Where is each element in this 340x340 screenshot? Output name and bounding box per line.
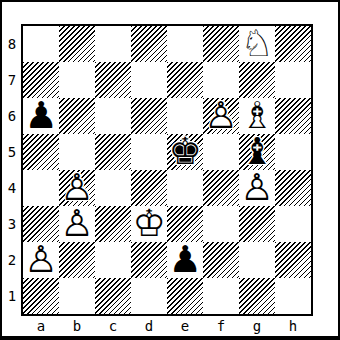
piece-wP-g4[interactable]: ♟♙ (239, 170, 275, 206)
square-f8[interactable] (203, 26, 239, 62)
square-c1[interactable] (95, 278, 131, 314)
square-h8[interactable] (275, 26, 311, 62)
square-g6[interactable]: ♝♗ (239, 98, 275, 134)
file-label-c: c (95, 317, 131, 335)
square-b5[interactable] (59, 134, 95, 170)
square-h4[interactable] (275, 170, 311, 206)
piece-glyph: ♙ (239, 170, 275, 206)
piece-wB-g6[interactable]: ♝♗ (239, 98, 275, 134)
square-d1[interactable] (131, 278, 167, 314)
square-b8[interactable] (59, 26, 95, 62)
piece-glyph: ♗ (239, 98, 275, 134)
piece-wP-a2[interactable]: ♟♙ (23, 242, 59, 278)
piece-glyph: ♘ (239, 26, 275, 62)
piece-glyph: ♔ (131, 206, 167, 242)
file-label-a: a (23, 317, 59, 335)
square-f4[interactable] (203, 170, 239, 206)
square-d2[interactable] (131, 242, 167, 278)
piece-wN-g8[interactable]: ♞♘ (239, 26, 275, 62)
square-g4[interactable]: ♟♙ (239, 170, 275, 206)
piece-wP-b3[interactable]: ♟♙ (59, 206, 95, 242)
square-b7[interactable] (59, 62, 95, 98)
rank-label-1: 1 (4, 278, 20, 314)
square-e4[interactable] (167, 170, 203, 206)
file-label-f: f (203, 317, 239, 335)
square-e6[interactable] (167, 98, 203, 134)
piece-glyph: ♚ (167, 134, 203, 170)
square-h7[interactable] (275, 62, 311, 98)
square-c6[interactable] (95, 98, 131, 134)
square-e7[interactable] (167, 62, 203, 98)
square-e1[interactable] (167, 278, 203, 314)
square-f6[interactable]: ♟♙ (203, 98, 239, 134)
square-d4[interactable] (131, 170, 167, 206)
square-a4[interactable] (23, 170, 59, 206)
piece-wP-b4[interactable]: ♟♙ (59, 170, 95, 206)
square-a8[interactable] (23, 26, 59, 62)
rank-label-7: 7 (4, 62, 20, 98)
square-c2[interactable] (95, 242, 131, 278)
square-f2[interactable] (203, 242, 239, 278)
square-d3[interactable]: ♚♔ (131, 206, 167, 242)
square-b1[interactable] (59, 278, 95, 314)
square-g2[interactable] (239, 242, 275, 278)
square-c7[interactable] (95, 62, 131, 98)
square-e3[interactable] (167, 206, 203, 242)
square-e8[interactable] (167, 26, 203, 62)
file-label-d: d (131, 317, 167, 335)
piece-glyph: ♟ (167, 242, 203, 278)
square-b3[interactable]: ♟♙ (59, 206, 95, 242)
square-c5[interactable] (95, 134, 131, 170)
square-b4[interactable]: ♟♙ (59, 170, 95, 206)
piece-bK-e5[interactable]: ♚♚ (167, 134, 203, 170)
square-h2[interactable] (275, 242, 311, 278)
square-f5[interactable] (203, 134, 239, 170)
piece-glyph: ♙ (23, 242, 59, 278)
piece-glyph: ♝ (239, 134, 275, 170)
square-c3[interactable] (95, 206, 131, 242)
piece-bB-g5[interactable]: ♝♝ (239, 134, 275, 170)
chess-board: ♞♘♟♟♟♙♝♗♚♚♝♝♟♙♟♙♟♙♚♔♟♙♟♟ (21, 24, 313, 316)
square-g1[interactable] (239, 278, 275, 314)
square-a2[interactable]: ♟♙ (23, 242, 59, 278)
piece-glyph: ♙ (59, 170, 95, 206)
square-a6[interactable]: ♟♟ (23, 98, 59, 134)
square-c4[interactable] (95, 170, 131, 206)
square-h3[interactable] (275, 206, 311, 242)
piece-glyph: ♙ (59, 206, 95, 242)
square-g5[interactable]: ♝♝ (239, 134, 275, 170)
file-label-e: e (167, 317, 203, 335)
square-c8[interactable] (95, 26, 131, 62)
file-label-b: b (59, 317, 95, 335)
file-label-g: g (239, 317, 275, 335)
square-a3[interactable] (23, 206, 59, 242)
square-a5[interactable] (23, 134, 59, 170)
square-d6[interactable] (131, 98, 167, 134)
rank-label-2: 2 (4, 242, 20, 278)
file-label-h: h (275, 317, 311, 335)
square-d7[interactable] (131, 62, 167, 98)
piece-wK-d3[interactable]: ♚♔ (131, 206, 167, 242)
square-e2[interactable]: ♟♟ (167, 242, 203, 278)
piece-bP-a6[interactable]: ♟♟ (23, 98, 59, 134)
rank-label-3: 3 (4, 206, 20, 242)
square-f3[interactable] (203, 206, 239, 242)
square-d8[interactable] (131, 26, 167, 62)
rank-label-8: 8 (4, 26, 20, 62)
square-g8[interactable]: ♞♘ (239, 26, 275, 62)
rank-label-5: 5 (4, 134, 20, 170)
square-a7[interactable] (23, 62, 59, 98)
square-g3[interactable] (239, 206, 275, 242)
square-f1[interactable] (203, 278, 239, 314)
square-b2[interactable] (59, 242, 95, 278)
rank-label-4: 4 (4, 170, 20, 206)
square-h6[interactable] (275, 98, 311, 134)
piece-wP-f6[interactable]: ♟♙ (203, 98, 239, 134)
piece-glyph: ♙ (203, 98, 239, 134)
square-b6[interactable] (59, 98, 95, 134)
square-a1[interactable] (23, 278, 59, 314)
square-f7[interactable] (203, 62, 239, 98)
piece-glyph: ♟ (23, 98, 59, 134)
piece-bP-e2[interactable]: ♟♟ (167, 242, 203, 278)
rank-label-6: 6 (4, 98, 20, 134)
square-d5[interactable] (131, 134, 167, 170)
square-h1[interactable] (275, 278, 311, 314)
square-g7[interactable] (239, 62, 275, 98)
square-e5[interactable]: ♚♚ (167, 134, 203, 170)
square-h5[interactable] (275, 134, 311, 170)
